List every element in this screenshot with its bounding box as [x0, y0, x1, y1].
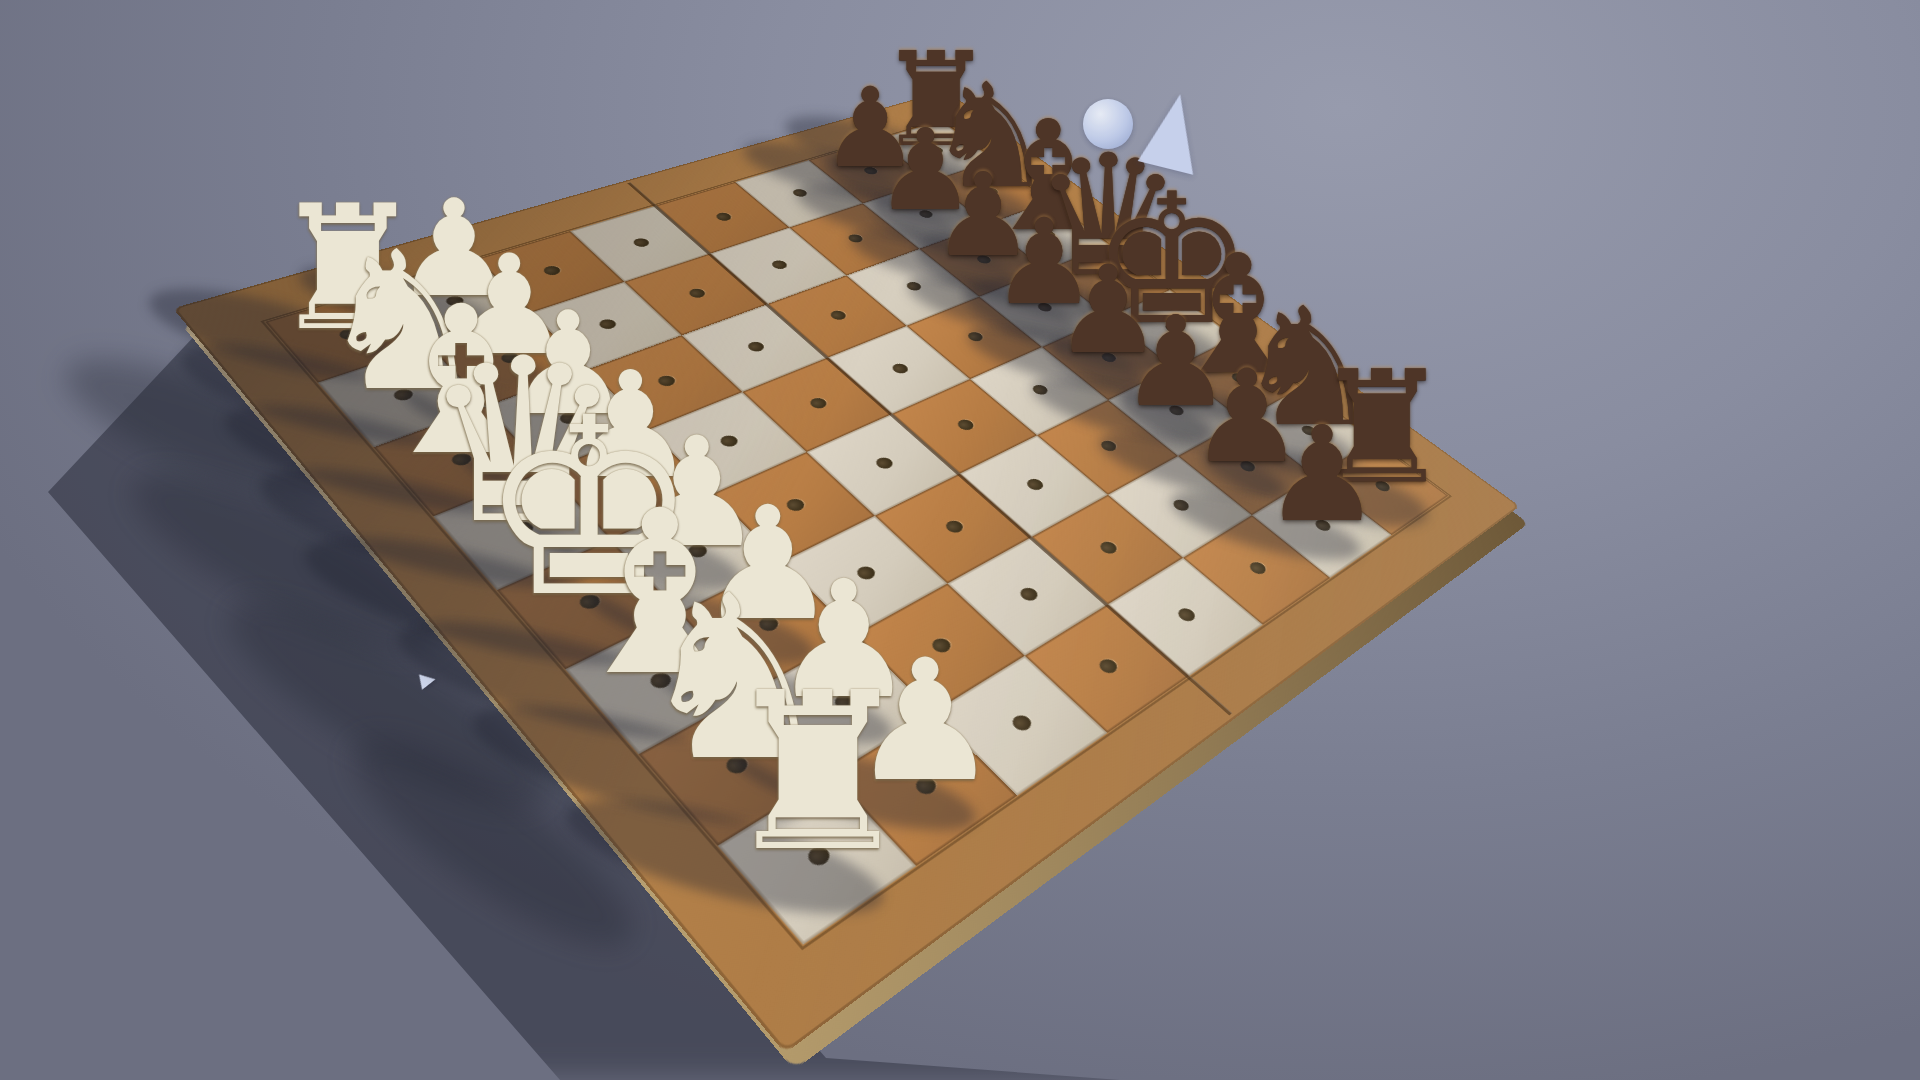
peg-hole [1009, 712, 1035, 733]
peg-hole [1024, 477, 1046, 492]
peg-hole [1096, 657, 1121, 676]
peg-hole [943, 518, 966, 534]
peg-hole [1097, 539, 1120, 555]
peg-hole [828, 309, 849, 321]
piece-black-pawn-h7[interactable]: ♟ [1263, 409, 1381, 541]
scene-3d-chess: ♜♟♞♟♝♟♛♟♟♚♜♟♟♝♞♟♟♞♝♟♟♜♟♛♟♚♟♝♟♞♟♜ [0, 0, 1920, 1080]
peg-hole [745, 340, 767, 353]
peg-hole [769, 259, 789, 270]
peg-hole [807, 396, 829, 410]
peg-hole [890, 362, 911, 375]
peg-hole [631, 237, 652, 248]
peg-hole [955, 418, 977, 432]
piece-white-rook-h1[interactable]: ♜ [720, 664, 915, 882]
peg-hole [1017, 585, 1041, 603]
peg-hole [873, 455, 896, 470]
peg-hole [1175, 606, 1198, 624]
peg-hole [686, 287, 707, 299]
peg-hole [1247, 560, 1269, 576]
peg-hole [714, 211, 734, 222]
